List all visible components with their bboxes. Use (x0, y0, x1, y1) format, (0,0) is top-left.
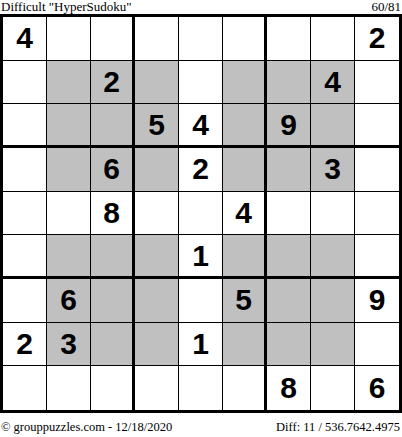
cell-r1c5[interactable] (179, 17, 223, 61)
cell-r3c2[interactable] (47, 104, 91, 148)
cell-r3c8[interactable] (311, 104, 355, 148)
cell-r2c4[interactable] (135, 61, 179, 105)
cell-r7c7[interactable] (267, 279, 311, 323)
cell-r4c5[interactable]: 2 (179, 148, 223, 192)
cell-r5c5[interactable] (179, 192, 223, 236)
cell-r2c3[interactable]: 2 (91, 61, 135, 105)
cell-r9c4[interactable] (135, 366, 179, 410)
header: Difficult "HyperSudoku" 60/81 (0, 0, 402, 14)
cell-r9c2[interactable] (47, 366, 91, 410)
cell-r5c7[interactable] (267, 192, 311, 236)
cell-r9c7[interactable]: 8 (267, 366, 311, 410)
cell-r7c4[interactable] (135, 279, 179, 323)
cell-r6c1[interactable] (3, 235, 47, 279)
cell-r6c4[interactable] (135, 235, 179, 279)
cell-r4c4[interactable] (135, 148, 179, 192)
cell-r1c6[interactable] (223, 17, 267, 61)
cell-r1c9[interactable]: 2 (355, 17, 399, 61)
cell-r5c2[interactable] (47, 192, 91, 236)
cell-r3c1[interactable] (3, 104, 47, 148)
cell-r2c8[interactable]: 4 (311, 61, 355, 105)
cell-r8c3[interactable] (91, 323, 135, 367)
cell-r7c2[interactable]: 6 (47, 279, 91, 323)
cell-r8c9[interactable] (355, 323, 399, 367)
cell-r5c6[interactable]: 4 (223, 192, 267, 236)
cell-r1c2[interactable] (47, 17, 91, 61)
cell-r1c1[interactable]: 4 (3, 17, 47, 61)
cell-r6c6[interactable] (223, 235, 267, 279)
cell-r6c2[interactable] (47, 235, 91, 279)
cell-r6c3[interactable] (91, 235, 135, 279)
cell-r3c4[interactable]: 5 (135, 104, 179, 148)
cell-r9c9[interactable]: 6 (355, 366, 399, 410)
cell-r1c3[interactable] (91, 17, 135, 61)
cell-r5c9[interactable] (355, 192, 399, 236)
cell-r5c3[interactable]: 8 (91, 192, 135, 236)
cell-r3c5[interactable]: 4 (179, 104, 223, 148)
sudoku-board: 422454962384165923186 (0, 14, 402, 413)
cell-r2c2[interactable] (47, 61, 91, 105)
footer: © grouppuzzles.com - 12/18/2020 Diff: 11… (0, 420, 402, 434)
puzzle-page: Difficult "HyperSudoku" 60/81 4224549623… (0, 0, 402, 437)
cell-r2c9[interactable] (355, 61, 399, 105)
cell-r4c6[interactable] (223, 148, 267, 192)
cell-r9c6[interactable] (223, 366, 267, 410)
cell-r9c5[interactable] (179, 366, 223, 410)
cell-r8c7[interactable] (267, 323, 311, 367)
cell-r2c7[interactable] (267, 61, 311, 105)
cell-r4c2[interactable] (47, 148, 91, 192)
cell-r8c2[interactable]: 3 (47, 323, 91, 367)
cell-r4c3[interactable]: 6 (91, 148, 135, 192)
cell-r8c1[interactable]: 2 (3, 323, 47, 367)
cell-r6c9[interactable] (355, 235, 399, 279)
cell-r4c7[interactable] (267, 148, 311, 192)
copyright-text: © grouppuzzles.com - 12/18/2020 (1, 420, 172, 434)
cell-r4c8[interactable]: 3 (311, 148, 355, 192)
cell-r7c9[interactable]: 9 (355, 279, 399, 323)
cell-r7c1[interactable] (3, 279, 47, 323)
cell-r5c8[interactable] (311, 192, 355, 236)
cell-r2c1[interactable] (3, 61, 47, 105)
cell-r3c7[interactable]: 9 (267, 104, 311, 148)
cell-r1c7[interactable] (267, 17, 311, 61)
cell-r7c5[interactable] (179, 279, 223, 323)
cell-r7c3[interactable] (91, 279, 135, 323)
cell-r2c5[interactable] (179, 61, 223, 105)
cell-r2c6[interactable] (223, 61, 267, 105)
cell-r9c3[interactable] (91, 366, 135, 410)
cell-r6c8[interactable] (311, 235, 355, 279)
cell-r7c8[interactable] (311, 279, 355, 323)
cell-r4c9[interactable] (355, 148, 399, 192)
difficulty-rating: Diff: 11 / 536.7642.4975 (276, 420, 400, 434)
cell-r8c6[interactable] (223, 323, 267, 367)
cell-r5c4[interactable] (135, 192, 179, 236)
cell-r4c1[interactable] (3, 148, 47, 192)
puzzle-title: Difficult "HyperSudoku" (1, 0, 132, 14)
blank-count: 60/81 (371, 0, 401, 14)
cell-r9c8[interactable] (311, 366, 355, 410)
cell-r5c1[interactable] (3, 192, 47, 236)
cell-r3c6[interactable] (223, 104, 267, 148)
cell-r3c3[interactable] (91, 104, 135, 148)
cell-r9c1[interactable] (3, 366, 47, 410)
cell-r3c9[interactable] (355, 104, 399, 148)
cell-r8c4[interactable] (135, 323, 179, 367)
cell-r6c5[interactable]: 1 (179, 235, 223, 279)
cell-r1c4[interactable] (135, 17, 179, 61)
cell-r8c8[interactable] (311, 323, 355, 367)
cell-r8c5[interactable]: 1 (179, 323, 223, 367)
cell-r7c6[interactable]: 5 (223, 279, 267, 323)
cell-r6c7[interactable] (267, 235, 311, 279)
cell-r1c8[interactable] (311, 17, 355, 61)
